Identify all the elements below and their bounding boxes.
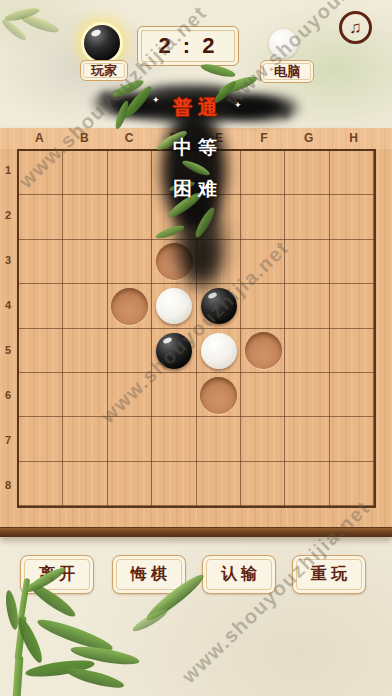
cell-b5[interactable]	[63, 329, 107, 373]
move-hint-f5	[245, 332, 282, 369]
resign-button[interactable]: 认输	[202, 555, 276, 594]
difficulty-option-hard[interactable]: 困难	[135, 176, 255, 202]
cell-c8[interactable]	[108, 462, 152, 506]
row-label-2: 2	[0, 209, 16, 221]
cell-h7[interactable]	[330, 417, 374, 461]
cell-h6[interactable]	[330, 373, 374, 417]
difficulty-option-normal[interactable]: 普通	[135, 95, 255, 121]
cell-g6[interactable]	[285, 373, 329, 417]
white-stone-e5: ○	[201, 333, 237, 369]
cell-a7[interactable]	[19, 417, 63, 461]
cell-d2[interactable]	[152, 195, 196, 239]
cell-b1[interactable]	[63, 151, 107, 195]
bamboo-stalk	[14, 616, 26, 661]
cell-e2[interactable]	[197, 195, 241, 239]
cell-c5[interactable]	[108, 329, 152, 373]
col-label-g: G	[299, 131, 319, 145]
score-display: 2 : 2	[137, 26, 239, 66]
cell-f8[interactable]	[241, 462, 285, 506]
bamboo-leaf	[3, 5, 40, 23]
othello-game-screen: 玩家 2 : 2 电脑 ♫ ✦ ✦ 普通中等困难 ABCDEFGH 123456…	[0, 0, 392, 696]
move-hint-d3	[156, 243, 193, 280]
cell-c2[interactable]	[108, 195, 152, 239]
music-toggle-button[interactable]: ♫	[339, 11, 372, 44]
cell-c3[interactable]	[108, 240, 152, 284]
black-stone-e4: ●	[201, 288, 237, 324]
cell-a2[interactable]	[19, 195, 63, 239]
row-label-4: 4	[0, 299, 16, 311]
cell-g8[interactable]	[285, 462, 329, 506]
cell-h2[interactable]	[330, 195, 374, 239]
cell-b6[interactable]	[63, 373, 107, 417]
cell-e8[interactable]	[197, 462, 241, 506]
cell-b3[interactable]	[63, 240, 107, 284]
cell-b7[interactable]	[63, 417, 107, 461]
cell-h8[interactable]	[330, 462, 374, 506]
bamboo-leaf	[14, 615, 46, 665]
black-stone-d5: ●	[156, 333, 192, 369]
col-label-h: H	[344, 131, 364, 145]
cell-a3[interactable]	[19, 240, 63, 284]
score-text: 2 : 2	[158, 33, 217, 59]
cell-e7[interactable]	[197, 417, 241, 461]
cell-f6[interactable]	[241, 373, 285, 417]
player-black-stone-indicator	[84, 25, 120, 61]
music-icon: ♫	[349, 18, 362, 38]
undo-button[interactable]: 悔棋	[112, 555, 186, 594]
cell-e5[interactable]: ○	[197, 329, 241, 373]
replay-button[interactable]: 重玩	[292, 555, 366, 594]
ink-spatter	[100, 92, 112, 100]
row-label-5: 5	[0, 344, 16, 356]
col-label-a: A	[29, 131, 49, 145]
cell-e3[interactable]	[197, 240, 241, 284]
cell-a6[interactable]	[19, 373, 63, 417]
bamboo-leaf	[217, 73, 258, 96]
cell-d7[interactable]	[152, 417, 196, 461]
computer-label-text: 电脑	[274, 63, 300, 81]
cell-c6[interactable]	[108, 373, 152, 417]
cell-e4[interactable]: ●	[197, 284, 241, 328]
move-hint-e6	[200, 377, 237, 414]
row-label-8: 8	[0, 479, 16, 491]
board-bottom-edge	[0, 527, 392, 537]
computer-label: 电脑	[260, 60, 314, 83]
cell-a4[interactable]	[19, 284, 63, 328]
ink-spatter	[280, 111, 290, 118]
cell-e6[interactable]	[197, 373, 241, 417]
bamboo-leaf	[0, 17, 28, 42]
white-stone-d4: ○	[156, 288, 192, 324]
bamboo-leaf	[64, 664, 125, 691]
cell-h5[interactable]	[330, 329, 374, 373]
bamboo-leaf	[24, 657, 95, 680]
cell-f2[interactable]	[241, 195, 285, 239]
cell-h4[interactable]	[330, 284, 374, 328]
cell-c4[interactable]	[108, 284, 152, 328]
cell-b8[interactable]	[63, 462, 107, 506]
cell-d4[interactable]: ○	[152, 284, 196, 328]
move-hint-c4	[111, 288, 148, 325]
bamboo-leaf	[19, 12, 60, 35]
row-label-7: 7	[0, 434, 16, 446]
cell-h3[interactable]	[330, 240, 374, 284]
bamboo-leaf	[4, 589, 21, 630]
cell-g1[interactable]	[285, 151, 329, 195]
bamboo-leaf	[35, 615, 115, 656]
row-label-1: 1	[0, 164, 16, 176]
cell-c7[interactable]	[108, 417, 152, 461]
player-label: 玩家	[80, 60, 128, 81]
cell-g3[interactable]	[285, 240, 329, 284]
board-grid: ○●●○	[17, 149, 376, 508]
bamboo-leaf	[130, 606, 169, 634]
leave-button[interactable]: 离开	[20, 555, 94, 594]
cell-d3[interactable]	[152, 240, 196, 284]
cell-f4[interactable]	[241, 284, 285, 328]
cell-b2[interactable]	[63, 195, 107, 239]
player-label-text: 玩家	[91, 62, 117, 80]
cell-a5[interactable]	[19, 329, 63, 373]
cell-a8[interactable]	[19, 462, 63, 506]
cell-f3[interactable]	[241, 240, 285, 284]
cell-d5[interactable]: ●	[152, 329, 196, 373]
cell-g7[interactable]	[285, 417, 329, 461]
cell-d8[interactable]	[152, 462, 196, 506]
cell-g2[interactable]	[285, 195, 329, 239]
row-label-3: 3	[0, 254, 16, 266]
cell-g5[interactable]	[285, 329, 329, 373]
bamboo-leaf	[113, 100, 131, 131]
col-label-b: B	[74, 131, 94, 145]
cell-h1[interactable]	[330, 151, 374, 195]
col-label-f: F	[254, 131, 274, 145]
row-label-6: 6	[0, 389, 16, 401]
difficulty-option-medium[interactable]: 中等	[135, 135, 255, 161]
computer-white-stone-indicator	[269, 29, 298, 58]
cell-a1[interactable]	[19, 151, 63, 195]
cell-f7[interactable]	[241, 417, 285, 461]
cell-b4[interactable]	[63, 284, 107, 328]
cell-f5[interactable]	[241, 329, 285, 373]
cell-g4[interactable]	[285, 284, 329, 328]
cell-d6[interactable]	[152, 373, 196, 417]
bamboo-leaf	[69, 643, 140, 668]
bamboo-stalk	[13, 656, 24, 696]
